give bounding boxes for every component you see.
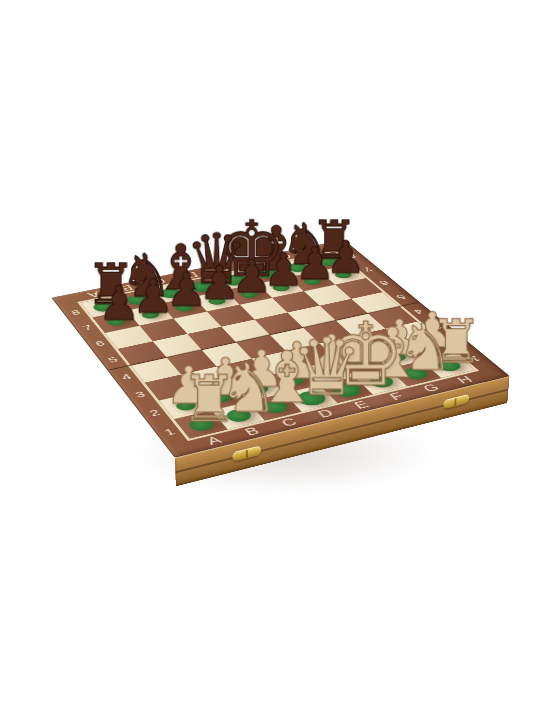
board-surface: ABCDEFGH ABCDEFGH 87654321 87654321 ♜♞♝♛…	[51, 240, 509, 458]
felt-base	[269, 282, 292, 292]
felt-base	[301, 276, 324, 286]
felt-base	[281, 374, 306, 386]
felt-base	[172, 302, 195, 313]
square-e5	[255, 313, 304, 335]
perspective-wrapper: ABCDEFGH ABCDEFGH 87654321 87654321 ♜♞♝♛…	[0, 0, 540, 720]
felt-base	[237, 289, 260, 299]
felt-base	[90, 300, 117, 313]
felt-base	[157, 287, 184, 299]
felt-base	[259, 399, 291, 415]
felt-base	[331, 270, 354, 280]
felt-base	[283, 262, 310, 274]
felt-base	[185, 416, 217, 433]
felt-base	[173, 399, 198, 412]
felt-base	[416, 343, 441, 355]
brass-clasp-left	[233, 445, 262, 462]
felt-base	[139, 309, 162, 320]
felt-base	[292, 389, 329, 408]
felt-base	[365, 374, 397, 389]
felt-base	[245, 382, 270, 395]
felt-base	[383, 351, 408, 363]
felt-base	[209, 390, 234, 403]
felt-base	[316, 366, 341, 378]
brass-clasp-right	[443, 394, 469, 409]
felt-base	[350, 358, 375, 370]
felt-base	[222, 407, 254, 423]
chessboard: ABCDEFGH ABCDEFGH 87654321 87654321 ♜♞♝♛…	[51, 240, 509, 458]
product-photo-stage: ABCDEFGH ABCDEFGH 87654321 87654321 ♜♞♝♛…	[0, 0, 540, 720]
felt-base	[252, 268, 279, 280]
felt-base	[433, 358, 464, 373]
square-h2: ♟	[403, 337, 455, 361]
felt-base	[124, 294, 151, 307]
felt-base	[205, 296, 228, 306]
felt-base	[399, 366, 430, 381]
felt-base	[314, 256, 341, 267]
felt-base	[327, 381, 364, 399]
felt-base	[105, 316, 128, 327]
